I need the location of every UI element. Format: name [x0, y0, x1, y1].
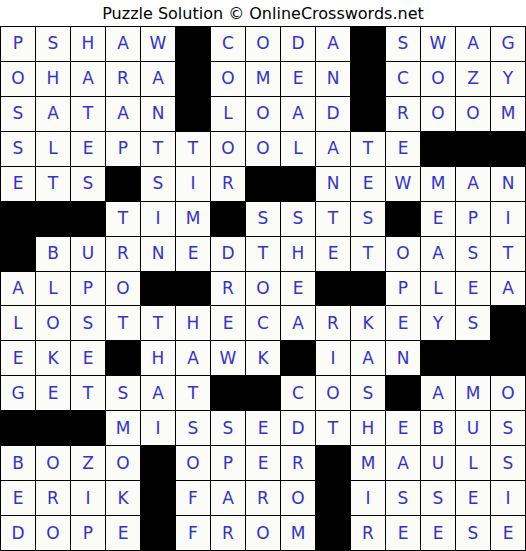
letter-cell: E [351, 167, 385, 201]
block-cell [176, 27, 210, 61]
block-cell [1, 237, 35, 271]
letter-cell: A [141, 62, 175, 96]
letter-cell: E [246, 446, 280, 480]
letter-cell: T [491, 237, 525, 271]
letter-cell: R [316, 306, 350, 340]
letter-cell: N [141, 237, 175, 271]
letter-cell: S [106, 376, 140, 410]
letter-cell: S [456, 237, 490, 271]
letter-cell: E [386, 306, 420, 340]
letter-cell: O [36, 306, 70, 340]
letter-cell: M [491, 97, 525, 131]
letter-cell: D [316, 97, 350, 131]
letter-cell: F [176, 481, 210, 515]
letter-cell: E [281, 272, 315, 306]
letter-cell: N [386, 341, 420, 375]
letter-cell: G [1, 376, 35, 410]
letter-cell: U [421, 446, 455, 480]
letter-cell: Y [421, 306, 455, 340]
letter-cell: S [491, 446, 525, 480]
letter-cell: E [71, 341, 105, 375]
letter-cell: I [71, 481, 105, 515]
letter-cell: R [246, 481, 280, 515]
letter-cell: A [316, 27, 350, 61]
block-cell [246, 167, 280, 201]
letter-cell: E [386, 411, 420, 445]
letter-cell: R [211, 516, 245, 550]
letter-cell: M [351, 446, 385, 480]
page: Puzzle Solution © OnlineCrosswords.net P… [0, 0, 526, 551]
letter-cell: H [71, 27, 105, 61]
letter-cell: G [491, 27, 525, 61]
block-cell [71, 411, 105, 445]
letter-cell: M [246, 62, 280, 96]
letter-cell: A [106, 27, 140, 61]
letter-cell: A [351, 341, 385, 375]
letter-cell: L [36, 272, 70, 306]
letter-cell: O [246, 516, 280, 550]
letter-cell: A [456, 167, 490, 201]
block-cell [176, 97, 210, 131]
letter-cell: E [316, 237, 350, 271]
letter-cell: H [141, 341, 175, 375]
letter-cell: A [456, 27, 490, 61]
letter-cell: S [246, 202, 280, 236]
letter-cell: A [386, 446, 420, 480]
letter-cell: A [1, 272, 35, 306]
block-cell [211, 202, 245, 236]
letter-cell: D [211, 237, 245, 271]
letter-cell: Y [491, 62, 525, 96]
block-cell [456, 341, 490, 375]
letter-cell: A [491, 272, 525, 306]
letter-cell: D [1, 516, 35, 550]
letter-cell: T [141, 306, 175, 340]
letter-cell: M [106, 411, 140, 445]
letter-cell: S [351, 376, 385, 410]
letter-cell: O [281, 481, 315, 515]
letter-cell: K [246, 341, 280, 375]
block-cell [176, 272, 210, 306]
block-cell [491, 341, 525, 375]
letter-cell: R [281, 446, 315, 480]
letter-cell: R [351, 516, 385, 550]
block-cell [316, 481, 350, 515]
letter-cell: E [281, 62, 315, 96]
block-cell [281, 167, 315, 201]
letter-cell: O [211, 62, 245, 96]
letter-cell: O [491, 376, 525, 410]
letter-cell: I [491, 481, 525, 515]
block-cell [491, 132, 525, 166]
letter-cell: O [316, 376, 350, 410]
letter-cell: L [36, 132, 70, 166]
block-cell [386, 202, 420, 236]
letter-cell: L [211, 97, 245, 131]
letter-cell: O [211, 132, 245, 166]
letter-cell: E [456, 272, 490, 306]
letter-cell: O [176, 446, 210, 480]
letter-cell: I [141, 202, 175, 236]
letter-cell: T [176, 376, 210, 410]
letter-cell: E [456, 481, 490, 515]
letter-cell: O [246, 132, 280, 166]
letter-cell: F [176, 516, 210, 550]
letter-cell: A [106, 97, 140, 131]
block-cell [36, 411, 70, 445]
letter-cell: L [421, 272, 455, 306]
block-cell [246, 376, 280, 410]
letter-cell: R [386, 97, 420, 131]
block-cell [141, 446, 175, 480]
letter-cell: M [281, 516, 315, 550]
letter-cell: M [176, 202, 210, 236]
letter-cell: T [106, 306, 140, 340]
letter-cell: T [106, 202, 140, 236]
letter-cell: H [176, 306, 210, 340]
letter-cell: O [1, 62, 35, 96]
crossword-grid: PSHAWCODASWAGOHARAOMENCOZYSATANLOADROOMS… [0, 26, 526, 551]
letter-cell: E [1, 167, 35, 201]
block-cell [1, 411, 35, 445]
letter-cell: O [421, 62, 455, 96]
block-cell [71, 202, 105, 236]
letter-cell: T [316, 411, 350, 445]
letter-cell: S [1, 97, 35, 131]
block-cell [281, 341, 315, 375]
page-title: Puzzle Solution © OnlineCrosswords.net [0, 0, 526, 26]
block-cell [1, 202, 35, 236]
letter-cell: E [491, 516, 525, 550]
letter-cell: A [281, 306, 315, 340]
letter-cell: T [351, 237, 385, 271]
letter-cell: O [106, 446, 140, 480]
letter-cell: C [211, 27, 245, 61]
letter-cell: M [456, 376, 490, 410]
letter-cell: P [211, 446, 245, 480]
block-cell [316, 272, 350, 306]
letter-cell: P [106, 132, 140, 166]
letter-cell: S [36, 27, 70, 61]
letter-cell: O [421, 97, 455, 131]
letter-cell: C [386, 62, 420, 96]
letter-cell: N [316, 167, 350, 201]
letter-cell: S [456, 516, 490, 550]
letter-cell: T [36, 167, 70, 201]
letter-cell: E [106, 516, 140, 550]
letter-cell: P [1, 27, 35, 61]
letter-cell: A [421, 376, 455, 410]
letter-cell: R [106, 237, 140, 271]
letter-cell: O [106, 272, 140, 306]
block-cell [141, 481, 175, 515]
block-cell [386, 376, 420, 410]
letter-cell: T [141, 132, 175, 166]
letter-cell: O [456, 97, 490, 131]
letter-cell: W [141, 27, 175, 61]
letter-cell: R [106, 62, 140, 96]
letter-cell: P [386, 272, 420, 306]
letter-cell: H [351, 411, 385, 445]
letter-cell: P [71, 516, 105, 550]
letter-cell: I [351, 481, 385, 515]
block-cell [106, 341, 140, 375]
letter-cell: N [141, 97, 175, 131]
letter-cell: U [456, 411, 490, 445]
letter-cell: S [351, 202, 385, 236]
block-cell [421, 132, 455, 166]
letter-cell: I [491, 202, 525, 236]
letter-cell: W [421, 27, 455, 61]
block-cell [351, 97, 385, 131]
letter-cell: T [316, 202, 350, 236]
letter-cell: O [246, 97, 280, 131]
letter-cell: I [316, 341, 350, 375]
letter-cell: A [36, 97, 70, 131]
letter-cell: H [281, 237, 315, 271]
letter-cell: A [71, 62, 105, 96]
letter-cell: A [211, 481, 245, 515]
letter-cell: W [386, 167, 420, 201]
letter-cell: S [456, 306, 490, 340]
letter-cell: U [71, 237, 105, 271]
block-cell [141, 516, 175, 550]
letter-cell: E [421, 202, 455, 236]
letter-cell: E [246, 411, 280, 445]
letter-cell: E [1, 341, 35, 375]
block-cell [456, 132, 490, 166]
letter-cell: T [71, 97, 105, 131]
block-cell [351, 272, 385, 306]
letter-cell: A [281, 97, 315, 131]
letter-cell: K [106, 481, 140, 515]
letter-cell: S [281, 202, 315, 236]
letter-cell: E [176, 237, 210, 271]
letter-cell: A [176, 341, 210, 375]
block-cell [141, 272, 175, 306]
block-cell [106, 167, 140, 201]
letter-cell: I [141, 411, 175, 445]
letter-cell: S [211, 411, 245, 445]
letter-cell: A [316, 132, 350, 166]
letter-cell: A [141, 376, 175, 410]
letter-cell: P [71, 272, 105, 306]
letter-cell: S [141, 167, 175, 201]
letter-cell: C [281, 376, 315, 410]
letter-cell: T [351, 132, 385, 166]
letter-cell: B [1, 446, 35, 480]
letter-cell: S [71, 306, 105, 340]
letter-cell: C [246, 306, 280, 340]
letter-cell: N [316, 62, 350, 96]
letter-cell: L [281, 132, 315, 166]
letter-cell: E [1, 481, 35, 515]
letter-cell: N [491, 167, 525, 201]
letter-cell: S [71, 167, 105, 201]
letter-cell: T [246, 237, 280, 271]
letter-cell: S [176, 411, 210, 445]
letter-cell: M [421, 167, 455, 201]
letter-cell: O [36, 516, 70, 550]
block-cell [36, 202, 70, 236]
letter-cell: Z [71, 446, 105, 480]
letter-cell: E [211, 306, 245, 340]
letter-cell: O [36, 446, 70, 480]
letter-cell: L [1, 306, 35, 340]
letter-cell: W [211, 341, 245, 375]
letter-cell: H [36, 62, 70, 96]
letter-cell: S [421, 481, 455, 515]
letter-cell: D [281, 411, 315, 445]
letter-cell: A [421, 237, 455, 271]
letter-cell: L [456, 446, 490, 480]
letter-cell: K [36, 341, 70, 375]
letter-cell: Z [456, 62, 490, 96]
letter-cell: R [36, 481, 70, 515]
letter-cell: I [176, 167, 210, 201]
letter-cell: R [211, 272, 245, 306]
block-cell [176, 62, 210, 96]
letter-cell: E [421, 516, 455, 550]
letter-cell: E [36, 376, 70, 410]
letter-cell: B [36, 237, 70, 271]
letter-cell: R [211, 167, 245, 201]
letter-cell: S [491, 411, 525, 445]
letter-cell: S [1, 132, 35, 166]
block-cell [316, 516, 350, 550]
block-cell [351, 62, 385, 96]
block-cell [316, 446, 350, 480]
letter-cell: K [351, 306, 385, 340]
letter-cell: B [421, 411, 455, 445]
letter-cell: E [386, 132, 420, 166]
letter-cell: E [386, 516, 420, 550]
letter-cell: O [246, 27, 280, 61]
block-cell [491, 306, 525, 340]
letter-cell: T [71, 376, 105, 410]
letter-cell: S [386, 481, 420, 515]
letter-cell: T [176, 132, 210, 166]
block-cell [421, 341, 455, 375]
letter-cell: S [386, 27, 420, 61]
block-cell [211, 376, 245, 410]
block-cell [351, 27, 385, 61]
letter-cell: E [71, 132, 105, 166]
letter-cell: P [456, 202, 490, 236]
letter-cell: O [386, 237, 420, 271]
letter-cell: D [281, 27, 315, 61]
letter-cell: O [246, 272, 280, 306]
